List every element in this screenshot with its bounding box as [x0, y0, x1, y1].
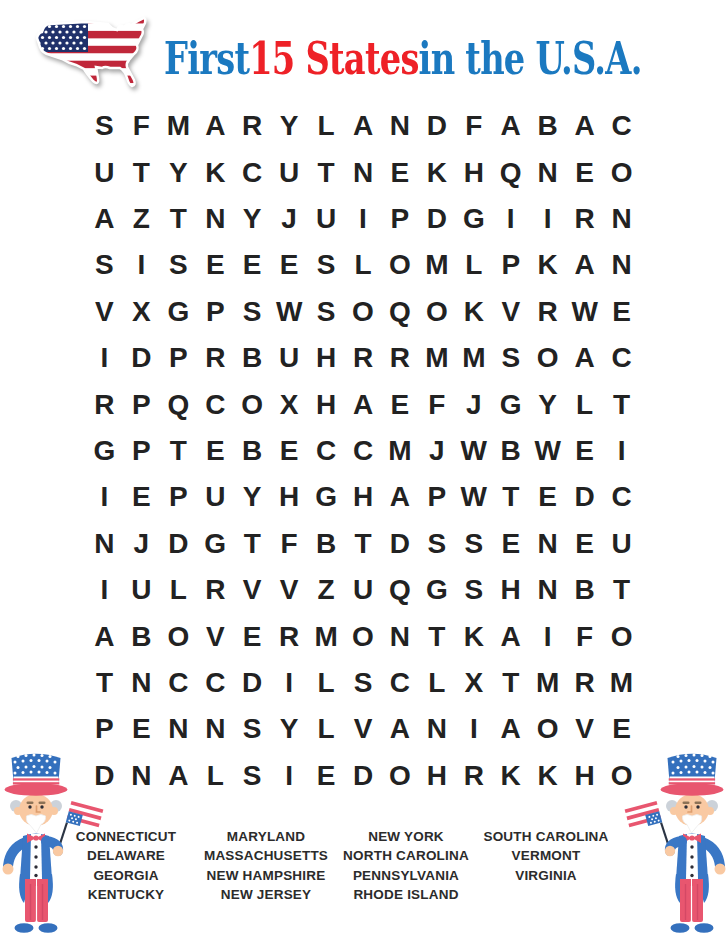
grid-cell[interactable]: L — [455, 242, 492, 288]
grid-cell[interactable]: P — [381, 196, 418, 242]
grid-cell[interactable]: N — [603, 242, 640, 288]
grid-cell[interactable]: P — [160, 474, 197, 520]
grid-cell[interactable]: N — [86, 521, 123, 567]
grid-cell[interactable]: S — [234, 753, 271, 799]
grid-cell[interactable]: C — [603, 103, 640, 149]
grid-cell[interactable]: L — [418, 660, 455, 706]
grid-cell[interactable]: G — [160, 289, 197, 335]
grid-cell[interactable]: M — [418, 335, 455, 381]
word-item[interactable]: RHODE ISLAND — [338, 885, 474, 904]
grid-cell[interactable]: J — [123, 521, 160, 567]
grid-cell[interactable]: W — [566, 289, 603, 335]
grid-cell[interactable]: O — [529, 706, 566, 752]
grid-cell[interactable]: Y — [529, 381, 566, 427]
word-item[interactable]: PENNSYLVANIA — [338, 866, 474, 885]
grid-cell[interactable]: Y — [234, 474, 271, 520]
grid-cell[interactable]: C — [197, 660, 234, 706]
grid-cell[interactable]: E — [234, 613, 271, 659]
grid-cell[interactable]: W — [455, 474, 492, 520]
grid-cell[interactable]: A — [86, 613, 123, 659]
grid-cell[interactable]: R — [381, 335, 418, 381]
grid-cell[interactable]: E — [271, 242, 308, 288]
grid-cell[interactable]: J — [271, 196, 308, 242]
grid-cell[interactable]: H — [566, 753, 603, 799]
grid-cell[interactable]: S — [308, 242, 345, 288]
grid-cell[interactable]: I — [86, 474, 123, 520]
grid-cell[interactable]: O — [603, 149, 640, 195]
grid-cell[interactable]: E — [123, 706, 160, 752]
grid-cell[interactable]: M — [308, 613, 345, 659]
grid-cell[interactable]: R — [566, 660, 603, 706]
grid-cell[interactable]: V — [271, 567, 308, 613]
grid-cell[interactable]: B — [529, 103, 566, 149]
grid-cell[interactable]: V — [197, 613, 234, 659]
grid-cell[interactable]: X — [123, 289, 160, 335]
grid-cell[interactable]: K — [529, 753, 566, 799]
grid-cell[interactable]: O — [603, 613, 640, 659]
grid-cell[interactable]: E — [123, 474, 160, 520]
grid-cell[interactable]: N — [160, 706, 197, 752]
grid-cell[interactable]: Y — [271, 103, 308, 149]
word-item[interactable]: NORTH CAROLINA — [338, 846, 474, 865]
grid-cell[interactable]: I — [455, 706, 492, 752]
grid-cell[interactable]: N — [418, 706, 455, 752]
grid-cell[interactable]: H — [418, 753, 455, 799]
word-item[interactable]: MASSACHUSETTS — [198, 846, 334, 865]
grid-cell[interactable]: C — [197, 381, 234, 427]
grid-cell[interactable]: B — [492, 428, 529, 474]
grid-cell[interactable]: C — [381, 660, 418, 706]
grid-cell[interactable]: B — [234, 428, 271, 474]
grid-cell[interactable]: A — [160, 753, 197, 799]
grid-cell[interactable]: N — [603, 196, 640, 242]
grid-cell[interactable]: C — [308, 428, 345, 474]
uncle-sam-left-illustration — [0, 746, 104, 942]
grid-cell[interactable]: O — [345, 613, 382, 659]
grid-cell[interactable]: E — [529, 474, 566, 520]
grid-cell[interactable]: Y — [160, 149, 197, 195]
grid-cell[interactable]: L — [160, 567, 197, 613]
grid-cell[interactable]: M — [418, 242, 455, 288]
grid-cell[interactable]: D — [381, 521, 418, 567]
grid-cell[interactable]: U — [271, 335, 308, 381]
grid-cell[interactable]: I — [492, 196, 529, 242]
grid-cell[interactable]: E — [566, 521, 603, 567]
grid-cell[interactable]: R — [455, 753, 492, 799]
grid-cell[interactable]: I — [271, 660, 308, 706]
grid-cell[interactable]: P — [123, 428, 160, 474]
grid-cell[interactable]: P — [123, 381, 160, 427]
grid-cell[interactable]: V — [86, 289, 123, 335]
grid-cell[interactable]: N — [197, 196, 234, 242]
grid-cell[interactable]: N — [529, 149, 566, 195]
grid-cell[interactable]: H — [271, 474, 308, 520]
grid-cell[interactable]: F — [123, 103, 160, 149]
grid-cell[interactable]: P — [160, 335, 197, 381]
grid-cell[interactable]: S — [308, 289, 345, 335]
grid-cell[interactable]: I — [86, 567, 123, 613]
grid-cell[interactable]: I — [86, 335, 123, 381]
grid-cell[interactable]: R — [197, 335, 234, 381]
title-segment: 15 States — [249, 32, 418, 85]
word-item[interactable]: NEW HAMPSHIRE — [198, 866, 334, 885]
grid-cell[interactable]: I — [529, 613, 566, 659]
worksheet-page: First 15 States in the U.S.A. SFMARYLAND… — [0, 0, 728, 942]
grid-cell[interactable]: W — [529, 428, 566, 474]
grid-cell[interactable]: S — [492, 335, 529, 381]
grid-cell[interactable]: S — [455, 521, 492, 567]
grid-cell[interactable]: O — [381, 753, 418, 799]
title-segment: First — [164, 32, 249, 85]
grid-cell[interactable]: P — [492, 242, 529, 288]
grid-cell[interactable]: W — [455, 428, 492, 474]
grid-cell[interactable]: R — [271, 613, 308, 659]
usa-flag-map-icon — [34, 16, 162, 98]
grid-cell[interactable]: M — [529, 660, 566, 706]
grid-cell[interactable]: L — [345, 242, 382, 288]
grid-cell[interactable]: E — [271, 428, 308, 474]
grid-cell[interactable]: G — [197, 521, 234, 567]
word-item[interactable]: MARYLAND — [198, 827, 334, 846]
grid-cell[interactable]: U — [345, 567, 382, 613]
grid-cell[interactable]: Q — [160, 381, 197, 427]
grid-cell[interactable]: W — [271, 289, 308, 335]
grid-cell[interactable]: E — [381, 381, 418, 427]
grid-cell[interactable]: E — [603, 289, 640, 335]
grid-cell[interactable]: V — [492, 289, 529, 335]
grid-cell[interactable]: O — [160, 613, 197, 659]
grid-cell[interactable]: D — [418, 103, 455, 149]
grid-cell[interactable]: O — [381, 242, 418, 288]
grid-cell[interactable]: C — [160, 660, 197, 706]
grid-cell[interactable]: B — [123, 613, 160, 659]
grid-cell[interactable]: S — [345, 660, 382, 706]
grid-cell[interactable]: L — [308, 706, 345, 752]
grid-cell[interactable]: N — [123, 660, 160, 706]
grid-cell[interactable]: Q — [492, 149, 529, 195]
word-list-column: MARYLANDMASSACHUSETTSNEW HAMPSHIRENEW JE… — [198, 827, 334, 904]
grid-cell[interactable]: B — [566, 567, 603, 613]
grid-cell[interactable]: T — [123, 149, 160, 195]
grid-cell[interactable]: U — [271, 149, 308, 195]
word-list-column: NEW YORKNORTH CAROLINAPENNSYLVANIARHODE … — [338, 827, 474, 904]
grid-cell[interactable]: R — [197, 567, 234, 613]
grid-cell[interactable]: G — [86, 428, 123, 474]
word-item[interactable]: NEW YORK — [338, 827, 474, 846]
grid-cell[interactable]: R — [529, 289, 566, 335]
grid-cell[interactable]: N — [345, 149, 382, 195]
grid-cell[interactable]: E — [566, 428, 603, 474]
word-item[interactable]: NEW JERSEY — [198, 885, 334, 904]
grid-cell[interactable]: N — [529, 567, 566, 613]
grid-cell[interactable]: D — [234, 660, 271, 706]
grid-cell[interactable]: C — [603, 335, 640, 381]
grid-cell[interactable]: Z — [308, 567, 345, 613]
grid-cell[interactable]: O — [418, 289, 455, 335]
grid-cell[interactable]: N — [381, 613, 418, 659]
grid-cell[interactable]: H — [345, 474, 382, 520]
grid-cell[interactable]: A — [566, 242, 603, 288]
grid-cell[interactable]: S — [86, 103, 123, 149]
grid-cell[interactable]: I — [345, 196, 382, 242]
grid-cell[interactable]: I — [271, 753, 308, 799]
grid-cell[interactable]: K — [492, 753, 529, 799]
grid-cell[interactable]: C — [234, 149, 271, 195]
grid-cell[interactable]: G — [418, 567, 455, 613]
grid-cell[interactable]: A — [566, 103, 603, 149]
grid-cell[interactable]: X — [455, 660, 492, 706]
grid-cell[interactable]: B — [308, 521, 345, 567]
grid-cell[interactable]: R — [234, 103, 271, 149]
grid-cell[interactable]: A — [86, 196, 123, 242]
grid-cell[interactable]: S — [455, 567, 492, 613]
grid-cell[interactable]: A — [492, 613, 529, 659]
grid-cell[interactable]: H — [308, 381, 345, 427]
grid-cell[interactable]: F — [566, 613, 603, 659]
grid-cell[interactable]: L — [308, 660, 345, 706]
grid-cell[interactable]: E — [197, 242, 234, 288]
grid-cell[interactable]: K — [197, 149, 234, 195]
grid-cell[interactable]: M — [381, 428, 418, 474]
grid-cell[interactable]: D — [160, 521, 197, 567]
grid-cell[interactable]: L — [566, 381, 603, 427]
grid-cell[interactable]: L — [197, 753, 234, 799]
grid-cell[interactable]: H — [492, 567, 529, 613]
grid-cell[interactable]: A — [197, 103, 234, 149]
word-list: CONNECTICUTDELAWAREGEORGIAKENTUCKYMARYLA… — [58, 827, 614, 904]
grid-cell[interactable]: N — [529, 521, 566, 567]
uncle-sam-right-illustration — [624, 746, 728, 942]
grid-cell[interactable]: V — [345, 706, 382, 752]
grid-cell[interactable]: Y — [234, 196, 271, 242]
grid-cell[interactable]: E — [381, 149, 418, 195]
grid-cell[interactable]: T — [492, 474, 529, 520]
grid-cell[interactable]: O — [234, 381, 271, 427]
grid-cell[interactable]: T — [160, 428, 197, 474]
grid-cell[interactable]: X — [271, 381, 308, 427]
grid-cell[interactable]: U — [123, 567, 160, 613]
grid-cell[interactable]: T — [345, 521, 382, 567]
grid-cell[interactable]: U — [308, 196, 345, 242]
grid-cell[interactable]: O — [345, 289, 382, 335]
grid-cell[interactable]: K — [529, 242, 566, 288]
grid-cell[interactable]: G — [492, 381, 529, 427]
grid-cell[interactable]: U — [197, 474, 234, 520]
grid-cell[interactable]: R — [345, 335, 382, 381]
grid-cell[interactable]: S — [418, 521, 455, 567]
grid-cell[interactable]: V — [234, 567, 271, 613]
grid-cell[interactable]: K — [418, 149, 455, 195]
grid-cell[interactable]: B — [234, 335, 271, 381]
grid-cell[interactable]: C — [603, 474, 640, 520]
grid-cell[interactable]: O — [529, 335, 566, 381]
grid-cell[interactable]: M — [455, 335, 492, 381]
grid-cell[interactable]: D — [123, 335, 160, 381]
grid-cell[interactable]: H — [455, 149, 492, 195]
grid-cell[interactable]: P — [197, 289, 234, 335]
grid-cell[interactable]: K — [455, 613, 492, 659]
grid-cell[interactable]: A — [492, 103, 529, 149]
grid-cell[interactable]: A — [345, 103, 382, 149]
grid-cell[interactable]: A — [345, 381, 382, 427]
grid-cell[interactable]: N — [197, 706, 234, 752]
grid-cell[interactable]: T — [86, 660, 123, 706]
grid-cell[interactable]: D — [418, 196, 455, 242]
page-title: First 15 States in the U.S.A. — [164, 30, 642, 86]
grid-cell[interactable]: J — [455, 381, 492, 427]
grid-cell[interactable]: T — [418, 613, 455, 659]
grid-cell[interactable]: M — [160, 103, 197, 149]
grid-cell[interactable]: S — [234, 706, 271, 752]
word-list-column: SOUTH CAROLINAVERMONTVIRGINIA — [478, 827, 614, 904]
grid-cell[interactable]: E — [492, 521, 529, 567]
grid-cell[interactable]: A — [492, 706, 529, 752]
letter-grid: SFMARYLANDFABACUTYKCUTNEKHQNEOAZTNYJUIPD… — [86, 103, 640, 799]
word-item[interactable]: VIRGINIA — [478, 866, 614, 885]
grid-cell[interactable]: S — [160, 242, 197, 288]
grid-cell[interactable]: T — [234, 521, 271, 567]
grid-cell[interactable]: I — [603, 428, 640, 474]
grid-cell[interactable]: H — [308, 335, 345, 381]
grid-cell[interactable]: J — [418, 428, 455, 474]
grid-cell[interactable]: F — [455, 103, 492, 149]
grid-cell[interactable]: T — [308, 149, 345, 195]
grid-cell[interactable]: G — [455, 196, 492, 242]
grid-cell[interactable]: U — [603, 521, 640, 567]
grid-cell[interactable]: D — [566, 474, 603, 520]
title-segment: in the U.S.A. — [419, 32, 642, 85]
grid-cell[interactable]: G — [308, 474, 345, 520]
grid-cell[interactable]: F — [271, 521, 308, 567]
grid-cell[interactable]: Q — [381, 567, 418, 613]
grid-cell[interactable]: D — [345, 753, 382, 799]
grid-cell[interactable]: Z — [123, 196, 160, 242]
grid-cell[interactable]: T — [492, 660, 529, 706]
word-item[interactable]: SOUTH CAROLINA — [478, 827, 614, 846]
grid-cell[interactable]: T — [160, 196, 197, 242]
grid-cell[interactable]: R — [86, 381, 123, 427]
grid-cell[interactable]: R — [566, 196, 603, 242]
grid-cell[interactable]: E — [308, 753, 345, 799]
grid-cell[interactable]: A — [381, 474, 418, 520]
word-item[interactable]: VERMONT — [478, 846, 614, 865]
grid-cell[interactable]: K — [455, 289, 492, 335]
grid-cell[interactable]: N — [123, 753, 160, 799]
grid-cell[interactable]: M — [603, 660, 640, 706]
grid-cell[interactable]: A — [381, 706, 418, 752]
grid-cell[interactable]: Y — [271, 706, 308, 752]
grid-cell[interactable]: U — [86, 149, 123, 195]
grid-cell[interactable]: P — [418, 474, 455, 520]
grid-cell[interactable]: N — [381, 103, 418, 149]
grid-cell[interactable]: E — [197, 428, 234, 474]
grid-cell[interactable]: E — [234, 242, 271, 288]
grid-cell[interactable]: C — [345, 428, 382, 474]
grid-cell[interactable]: S — [234, 289, 271, 335]
grid-cell[interactable]: F — [418, 381, 455, 427]
grid-cell[interactable]: I — [529, 196, 566, 242]
grid-cell[interactable]: E — [566, 149, 603, 195]
grid-cell[interactable]: L — [308, 103, 345, 149]
grid-cell[interactable]: T — [603, 381, 640, 427]
grid-cell[interactable]: A — [566, 335, 603, 381]
grid-cell[interactable]: Q — [381, 289, 418, 335]
grid-cell[interactable]: T — [603, 567, 640, 613]
grid-cell[interactable]: V — [566, 706, 603, 752]
grid-cell[interactable]: I — [123, 242, 160, 288]
grid-cell[interactable]: S — [86, 242, 123, 288]
